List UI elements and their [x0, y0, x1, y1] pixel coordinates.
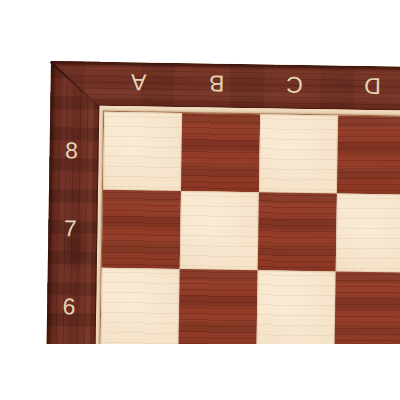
- square-d8[interactable]: [337, 116, 400, 195]
- square-b8[interactable]: [181, 113, 260, 192]
- squares-grid: [99, 112, 400, 344]
- file-label-c: C: [279, 72, 309, 98]
- square-a6[interactable]: [101, 268, 180, 344]
- rank-label-8: 8: [56, 137, 86, 163]
- square-a8[interactable]: [103, 112, 182, 191]
- rank-label-6: 6: [54, 293, 84, 319]
- file-label-b: B: [201, 70, 231, 96]
- square-c7[interactable]: [258, 192, 337, 271]
- square-c8[interactable]: [259, 114, 338, 193]
- square-b6[interactable]: [179, 269, 258, 344]
- square-c6[interactable]: [257, 270, 336, 344]
- rank-label-7: 7: [55, 215, 85, 241]
- square-d7[interactable]: [336, 194, 400, 273]
- square-d6[interactable]: [335, 271, 400, 344]
- file-label-d: D: [357, 73, 387, 99]
- chess-board: ABCD 876: [46, 61, 400, 344]
- board-photo: ABCD 876: [44, 59, 400, 344]
- square-a7[interactable]: [102, 190, 181, 269]
- square-b7[interactable]: [180, 191, 259, 270]
- file-label-a: A: [123, 69, 153, 95]
